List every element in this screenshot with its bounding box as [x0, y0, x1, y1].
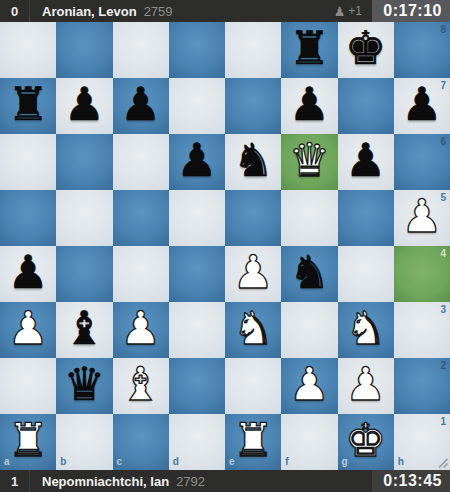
square-g4[interactable]	[338, 246, 394, 302]
square-f3[interactable]	[281, 302, 337, 358]
square-f4[interactable]: ♞	[281, 246, 337, 302]
square-b3[interactable]: ♝	[56, 302, 112, 358]
square-c8[interactable]	[113, 22, 169, 78]
square-d3[interactable]	[169, 302, 225, 358]
rank-label-1: 1	[440, 417, 446, 427]
square-b6[interactable]	[56, 134, 112, 190]
black-pawn-piece: ♟	[176, 137, 217, 183]
square-h8[interactable]: 8	[394, 22, 450, 78]
square-f7[interactable]: ♟	[281, 78, 337, 134]
square-g8[interactable]: ♚	[338, 22, 394, 78]
rank-label-3: 3	[440, 305, 446, 315]
white-pawn-piece: ♟	[345, 361, 386, 407]
white-bishop-piece: ♝	[120, 361, 161, 407]
white-knight-piece: ♞	[345, 305, 386, 351]
file-label-g: g	[342, 457, 348, 467]
square-a6[interactable]	[0, 134, 56, 190]
bottom-player-rating: 2792	[176, 470, 205, 492]
square-e6[interactable]: ♞	[225, 134, 281, 190]
square-e8[interactable]	[225, 22, 281, 78]
black-knight-piece: ♞	[289, 249, 330, 295]
square-c7[interactable]: ♟	[113, 78, 169, 134]
square-c6[interactable]	[113, 134, 169, 190]
top-player-score: 0	[0, 0, 30, 22]
square-b4[interactable]	[56, 246, 112, 302]
white-queen-piece: ♛	[289, 137, 330, 183]
white-knight-piece: ♞	[233, 305, 274, 351]
black-pawn-piece: ♟	[120, 81, 161, 127]
square-a7[interactable]: ♜	[0, 78, 56, 134]
square-h2[interactable]: 2	[394, 358, 450, 414]
square-h3[interactable]: 3	[394, 302, 450, 358]
square-f2[interactable]: ♟	[281, 358, 337, 414]
file-label-a: a	[4, 457, 10, 467]
square-b5[interactable]	[56, 190, 112, 246]
square-d6[interactable]: ♟	[169, 134, 225, 190]
top-player-bar: 0 Aronian, Levon 2759 ♟ +1 0:17:10	[0, 0, 450, 22]
black-pawn-piece: ♟	[345, 137, 386, 183]
square-e3[interactable]: ♞	[225, 302, 281, 358]
white-pawn-piece: ♟	[289, 361, 330, 407]
black-rook-piece: ♜	[289, 25, 330, 71]
square-f1[interactable]: f	[281, 414, 337, 470]
bottom-player-bar: 1 Nepomniachtchi, Ian 2792 0:13:45	[0, 470, 450, 492]
rank-label-8: 8	[440, 25, 446, 35]
square-g2[interactable]: ♟	[338, 358, 394, 414]
square-a2[interactable]	[0, 358, 56, 414]
white-pawn-piece: ♟	[120, 305, 161, 351]
rank-label-4: 4	[440, 249, 446, 259]
white-rook-piece: ♜	[233, 417, 274, 463]
square-c3[interactable]: ♟	[113, 302, 169, 358]
top-player-name: Aronian, Levon	[42, 0, 137, 22]
square-g6[interactable]: ♟	[338, 134, 394, 190]
square-b8[interactable]	[56, 22, 112, 78]
square-b1[interactable]: b	[56, 414, 112, 470]
square-g5[interactable]	[338, 190, 394, 246]
top-player-rating: 2759	[144, 0, 173, 22]
square-c5[interactable]	[113, 190, 169, 246]
square-d4[interactable]	[169, 246, 225, 302]
square-d7[interactable]	[169, 78, 225, 134]
file-label-f: f	[285, 457, 288, 467]
square-b7[interactable]: ♟	[56, 78, 112, 134]
square-d5[interactable]	[169, 190, 225, 246]
black-pawn-piece: ♟	[401, 81, 442, 127]
square-e1[interactable]: ♜e	[225, 414, 281, 470]
rank-label-6: 6	[440, 137, 446, 147]
pawn-icon: ♟	[334, 4, 346, 19]
rank-label-7: 7	[440, 81, 446, 91]
black-queen-piece: ♛	[64, 361, 105, 407]
square-g3[interactable]: ♞	[338, 302, 394, 358]
resize-handle-icon[interactable]	[437, 457, 448, 468]
black-bishop-piece: ♝	[64, 305, 105, 351]
file-label-e: e	[229, 457, 235, 467]
file-label-d: d	[173, 457, 179, 467]
square-a1[interactable]: ♜a	[0, 414, 56, 470]
square-h7[interactable]: ♟7	[394, 78, 450, 134]
file-label-b: b	[60, 457, 66, 467]
bottom-player-clock: 0:13:45	[372, 470, 450, 492]
square-f6[interactable]: ♛	[281, 134, 337, 190]
black-king-piece: ♚	[345, 25, 386, 71]
square-d1[interactable]: d	[169, 414, 225, 470]
square-e5[interactable]	[225, 190, 281, 246]
square-c2[interactable]: ♝	[113, 358, 169, 414]
chess-board[interactable]: ♜♚8♜♟♟♟♟7♟♞♛♟6♟5♟♟♞4♟♝♟♞♞3♛♝♟♟2♜abcd♜ef♚…	[0, 22, 450, 470]
square-f8[interactable]: ♜	[281, 22, 337, 78]
square-c4[interactable]	[113, 246, 169, 302]
black-rook-piece: ♜	[8, 81, 49, 127]
square-h4[interactable]: 4	[394, 246, 450, 302]
square-a3[interactable]: ♟	[0, 302, 56, 358]
square-g1[interactable]: ♚g	[338, 414, 394, 470]
black-pawn-piece: ♟	[289, 81, 330, 127]
square-f5[interactable]	[281, 190, 337, 246]
white-pawn-piece: ♟	[8, 305, 49, 351]
file-label-h: h	[398, 457, 404, 467]
material-advantage: ♟ +1	[334, 0, 362, 22]
top-player-clock: 0:17:10	[372, 0, 450, 22]
black-pawn-piece: ♟	[64, 81, 105, 127]
square-e2[interactable]	[225, 358, 281, 414]
square-h6[interactable]: 6	[394, 134, 450, 190]
rank-label-5: 5	[440, 193, 446, 203]
bottom-player-name: Nepomniachtchi, Ian	[42, 470, 169, 492]
square-c1[interactable]: c	[113, 414, 169, 470]
material-advantage-value: +1	[348, 4, 362, 18]
square-e7[interactable]	[225, 78, 281, 134]
square-d8[interactable]	[169, 22, 225, 78]
white-pawn-piece: ♟	[233, 249, 274, 295]
white-rook-piece: ♜	[8, 417, 49, 463]
black-knight-piece: ♞	[233, 137, 274, 183]
bottom-player-score: 1	[0, 470, 30, 492]
square-b2[interactable]: ♛	[56, 358, 112, 414]
black-pawn-piece: ♟	[8, 249, 49, 295]
white-king-piece: ♚	[345, 417, 386, 463]
rank-label-2: 2	[440, 361, 446, 371]
file-label-c: c	[117, 457, 123, 467]
square-g7[interactable]	[338, 78, 394, 134]
square-h5[interactable]: ♟5	[394, 190, 450, 246]
square-a5[interactable]	[0, 190, 56, 246]
square-d2[interactable]	[169, 358, 225, 414]
square-a4[interactable]: ♟	[0, 246, 56, 302]
square-e4[interactable]: ♟	[225, 246, 281, 302]
square-a8[interactable]	[0, 22, 56, 78]
white-pawn-piece: ♟	[401, 193, 442, 239]
